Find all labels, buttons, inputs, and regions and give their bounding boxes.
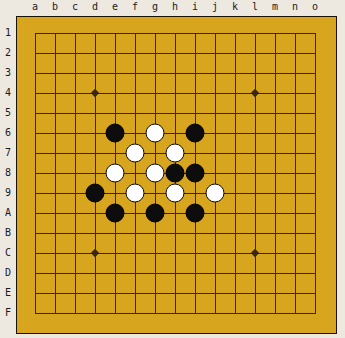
grid[interactable] — [35, 33, 316, 314]
grid-cell — [55, 213, 75, 233]
grid-cell — [95, 253, 115, 273]
grid-cell — [195, 93, 215, 113]
grid-cell — [155, 253, 175, 273]
grid-cell — [55, 173, 75, 193]
grid-cell — [275, 173, 295, 193]
row-label: 5 — [5, 108, 11, 118]
column-label: n — [292, 2, 298, 12]
grid-cell — [115, 293, 135, 313]
grid-cell — [215, 153, 235, 173]
column-label: a — [32, 2, 38, 12]
grid-cell — [255, 33, 275, 53]
grid-cell — [175, 293, 195, 313]
grid-cell — [35, 213, 55, 233]
grid-cell — [255, 273, 275, 293]
row-label: 6 — [5, 128, 11, 138]
grid-cell — [115, 33, 135, 53]
grid-cell — [155, 33, 175, 53]
grid-cell — [55, 53, 75, 73]
grid-cell — [35, 173, 55, 193]
grid-cell — [135, 73, 155, 93]
black-stone — [106, 204, 125, 223]
grid-cell — [215, 293, 235, 313]
grid-cell — [255, 53, 275, 73]
grid-cell — [295, 113, 315, 133]
grid-cell — [75, 133, 95, 153]
grid-cell — [235, 173, 255, 193]
grid-cell — [75, 293, 95, 313]
grid-cell — [215, 113, 235, 133]
column-label: k — [232, 2, 238, 12]
grid-cell — [135, 33, 155, 53]
white-stone — [166, 144, 185, 163]
row-label: A — [5, 208, 11, 218]
row-label: C — [5, 248, 11, 258]
grid-cell — [35, 153, 55, 173]
white-stone — [146, 124, 165, 143]
grid-cell — [195, 33, 215, 53]
grid-cell — [55, 153, 75, 173]
grid-cell — [255, 173, 275, 193]
column-label: g — [152, 2, 158, 12]
column-label: e — [112, 2, 118, 12]
grid-cell — [255, 193, 275, 213]
grid-cell — [155, 53, 175, 73]
column-label: h — [172, 2, 178, 12]
grid-cell — [35, 293, 55, 313]
grid-cell — [235, 53, 255, 73]
grid-cell — [135, 293, 155, 313]
black-stone — [186, 204, 205, 223]
grid-cell — [155, 93, 175, 113]
grid-cell — [255, 253, 275, 273]
grid-cell — [195, 233, 215, 253]
grid-cell — [275, 113, 295, 133]
grid-cell — [175, 273, 195, 293]
grid-cell — [175, 253, 195, 273]
grid-cell — [175, 233, 195, 253]
gomoku-app: abcdefghijklmno 123456789ABCDEF — [0, 0, 345, 338]
grid-cell — [195, 53, 215, 73]
grid-cell — [275, 233, 295, 253]
grid-cell — [215, 53, 235, 73]
grid-cell — [295, 233, 315, 253]
grid-cell — [95, 73, 115, 93]
grid-cell — [295, 273, 315, 293]
grid-cell — [35, 273, 55, 293]
grid-cell — [295, 73, 315, 93]
grid-cell — [215, 273, 235, 293]
grid-cell — [75, 53, 95, 73]
grid-cell — [275, 73, 295, 93]
grid-cell — [35, 133, 55, 153]
grid-cell — [235, 33, 255, 53]
grid-cell — [75, 93, 95, 113]
grid-cell — [235, 133, 255, 153]
grid-cell — [175, 53, 195, 73]
grid-cell — [255, 213, 275, 233]
column-label: j — [212, 2, 218, 12]
grid-cell — [275, 53, 295, 73]
grid-cell — [295, 293, 315, 313]
row-label: D — [5, 268, 11, 278]
grid-cell — [275, 133, 295, 153]
grid-cell — [55, 33, 75, 53]
column-label: o — [312, 2, 318, 12]
grid-cell — [55, 113, 75, 133]
row-label: 1 — [5, 28, 11, 38]
row-label: 3 — [5, 68, 11, 78]
grid-cell — [55, 93, 75, 113]
grid-cell — [215, 73, 235, 93]
grid-cell — [115, 233, 135, 253]
white-stone — [206, 184, 225, 203]
grid-cell — [235, 293, 255, 313]
grid-cell — [235, 113, 255, 133]
grid-cell — [295, 253, 315, 273]
board[interactable] — [16, 16, 337, 334]
grid-cell — [295, 213, 315, 233]
grid-cell — [35, 233, 55, 253]
grid-cell — [135, 93, 155, 113]
grid-cell — [255, 113, 275, 133]
grid-cell — [255, 293, 275, 313]
grid-cell — [295, 193, 315, 213]
grid-cell — [135, 253, 155, 273]
grid-cell — [295, 153, 315, 173]
grid-cell — [215, 253, 235, 273]
grid-cell — [275, 33, 295, 53]
grid-cell — [135, 53, 155, 73]
grid-cell — [255, 153, 275, 173]
white-stone — [126, 184, 145, 203]
grid-cell — [55, 133, 75, 153]
grid-cell — [235, 213, 255, 233]
grid-cell — [155, 273, 175, 293]
column-label: f — [132, 2, 138, 12]
white-stone — [106, 164, 125, 183]
row-label: E — [5, 288, 11, 298]
grid-cell — [135, 233, 155, 253]
grid-cell — [55, 193, 75, 213]
black-stone — [166, 164, 185, 183]
column-label: b — [52, 2, 58, 12]
grid-cell — [115, 53, 135, 73]
white-stone — [166, 184, 185, 203]
grid-cell — [175, 33, 195, 53]
row-label: F — [5, 308, 11, 318]
row-label: 8 — [5, 168, 11, 178]
grid-cell — [55, 253, 75, 273]
grid-cell — [75, 253, 95, 273]
grid-cell — [255, 93, 275, 113]
grid-cell — [255, 133, 275, 153]
grid-cell — [35, 33, 55, 53]
grid-cell — [35, 253, 55, 273]
grid-cell — [135, 273, 155, 293]
grid-cell — [75, 33, 95, 53]
grid-cell — [215, 33, 235, 53]
grid-cell — [295, 33, 315, 53]
grid-cell — [195, 73, 215, 93]
grid-cell — [95, 33, 115, 53]
black-stone — [146, 204, 165, 223]
grid-cell — [235, 253, 255, 273]
grid-cell — [155, 233, 175, 253]
grid-cell — [275, 213, 295, 233]
white-stone — [126, 144, 145, 163]
grid-cell — [215, 233, 235, 253]
grid-cell — [75, 113, 95, 133]
grid-cell — [115, 73, 135, 93]
grid-cell — [295, 53, 315, 73]
grid-cell — [115, 273, 135, 293]
grid-cell — [55, 233, 75, 253]
row-label: 9 — [5, 188, 11, 198]
grid-cell — [215, 133, 235, 153]
grid-cell — [255, 233, 275, 253]
grid-cell — [195, 293, 215, 313]
grid-cell — [35, 73, 55, 93]
grid-cell — [95, 273, 115, 293]
grid-cell — [275, 193, 295, 213]
grid-cell — [275, 153, 295, 173]
row-label: 4 — [5, 88, 11, 98]
grid-cell — [75, 213, 95, 233]
grid-cell — [275, 253, 295, 273]
black-stone — [186, 164, 205, 183]
grid-cell — [35, 113, 55, 133]
grid-cell — [295, 173, 315, 193]
column-label: m — [272, 2, 278, 12]
grid-cell — [275, 93, 295, 113]
grid-cell — [95, 233, 115, 253]
black-stone — [186, 124, 205, 143]
grid-cell — [255, 73, 275, 93]
grid-cell — [35, 93, 55, 113]
grid-cell — [235, 93, 255, 113]
grid-cell — [235, 193, 255, 213]
grid-cell — [235, 153, 255, 173]
grid-cell — [195, 253, 215, 273]
grid-cell — [55, 73, 75, 93]
row-label: 7 — [5, 148, 11, 158]
grid-cell — [275, 273, 295, 293]
grid-cell — [235, 273, 255, 293]
grid-cell — [115, 253, 135, 273]
grid-cell — [55, 273, 75, 293]
grid-cell — [155, 73, 175, 93]
grid-cell — [95, 53, 115, 73]
column-label: i — [192, 2, 198, 12]
column-label: d — [92, 2, 98, 12]
grid-cell — [95, 93, 115, 113]
column-label: l — [252, 2, 258, 12]
grid-cell — [275, 293, 295, 313]
grid-cell — [295, 133, 315, 153]
grid-cell — [75, 153, 95, 173]
row-label: 2 — [5, 48, 11, 58]
grid-cell — [75, 273, 95, 293]
grid-cell — [215, 93, 235, 113]
grid-cell — [155, 293, 175, 313]
grid-cell — [55, 293, 75, 313]
white-stone — [146, 164, 165, 183]
grid-cell — [35, 193, 55, 213]
grid-cell — [175, 73, 195, 93]
black-stone — [106, 124, 125, 143]
grid-cell — [195, 273, 215, 293]
grid-cell — [175, 93, 195, 113]
grid-cell — [35, 53, 55, 73]
grid-cell — [295, 93, 315, 113]
black-stone — [86, 184, 105, 203]
grid-cell — [215, 213, 235, 233]
column-label: c — [72, 2, 78, 12]
grid-cell — [95, 293, 115, 313]
grid-cell — [115, 93, 135, 113]
row-label: B — [5, 228, 11, 238]
